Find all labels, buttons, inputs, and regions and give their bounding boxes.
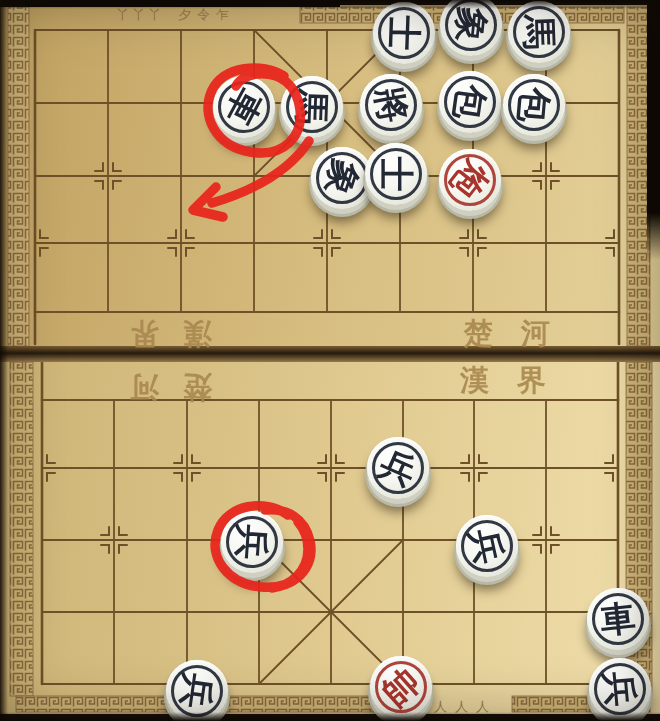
board-photo: 丫丫丫 夕令乍 人人人 楚河 漢界 漢界 楚河 士象馬車馬將包包象士炮兵兵兵車兵… (0, 0, 660, 721)
annotation-circle-chariot (208, 68, 300, 153)
annotation-circle-soldier (215, 506, 311, 588)
hand-drawn-annotations (0, 0, 660, 721)
